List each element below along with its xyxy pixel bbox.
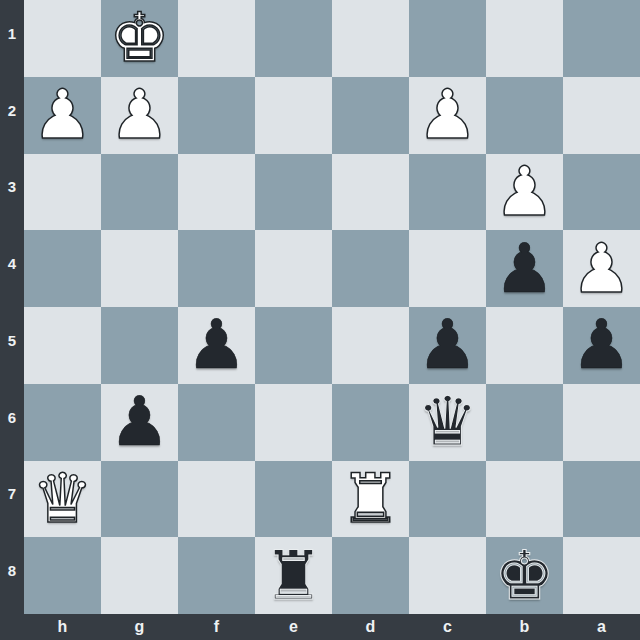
square-a3[interactable] (563, 154, 640, 231)
rank-label-4: 4 (0, 230, 24, 307)
square-g4[interactable] (101, 230, 178, 307)
file-label-e: e (255, 614, 332, 640)
rank-label-6: 6 (0, 384, 24, 461)
square-g6[interactable]: ♟ (101, 384, 178, 461)
black-pawn[interactable]: ♟ (186, 307, 247, 383)
square-h2[interactable]: ♟ (24, 77, 101, 154)
square-b7[interactable] (486, 461, 563, 538)
square-g8[interactable] (101, 537, 178, 614)
rank-label-7: 7 (0, 461, 24, 538)
rank-label-8: 8 (0, 537, 24, 614)
square-d8[interactable] (332, 537, 409, 614)
white-rook[interactable]: ♜ (340, 461, 401, 537)
square-a5[interactable]: ♟ (563, 307, 640, 384)
square-e4[interactable] (255, 230, 332, 307)
square-e7[interactable] (255, 461, 332, 538)
square-a2[interactable] (563, 77, 640, 154)
file-label-h: h (24, 614, 101, 640)
square-c8[interactable] (409, 537, 486, 614)
black-king[interactable]: ♚ (494, 538, 555, 614)
white-pawn[interactable]: ♟ (571, 231, 632, 307)
square-h6[interactable] (24, 384, 101, 461)
square-f3[interactable] (178, 154, 255, 231)
square-e2[interactable] (255, 77, 332, 154)
square-d3[interactable] (332, 154, 409, 231)
file-label-g: g (101, 614, 178, 640)
square-h3[interactable] (24, 154, 101, 231)
white-pawn[interactable]: ♟ (32, 77, 93, 153)
file-labels: hgfedcba (24, 614, 640, 640)
rank-label-2: 2 (0, 77, 24, 154)
square-c3[interactable] (409, 154, 486, 231)
black-rook[interactable]: ♜ (263, 538, 324, 614)
square-e8[interactable]: ♜ (255, 537, 332, 614)
square-f4[interactable] (178, 230, 255, 307)
white-pawn[interactable]: ♟ (494, 154, 555, 230)
square-g1[interactable]: ♚ (101, 0, 178, 77)
white-pawn[interactable]: ♟ (417, 77, 478, 153)
rank-label-5: 5 (0, 307, 24, 384)
square-h7[interactable]: ♛ (24, 461, 101, 538)
square-b3[interactable]: ♟ (486, 154, 563, 231)
square-a8[interactable] (563, 537, 640, 614)
rank-label-3: 3 (0, 154, 24, 231)
black-pawn[interactable]: ♟ (494, 231, 555, 307)
square-h5[interactable] (24, 307, 101, 384)
square-c5[interactable]: ♟ (409, 307, 486, 384)
square-c2[interactable]: ♟ (409, 77, 486, 154)
square-b5[interactable] (486, 307, 563, 384)
white-pawn[interactable]: ♟ (109, 77, 170, 153)
white-king[interactable]: ♚ (109, 0, 170, 76)
square-a1[interactable] (563, 0, 640, 77)
square-h1[interactable] (24, 0, 101, 77)
square-c6[interactable]: ♛ (409, 384, 486, 461)
square-a7[interactable] (563, 461, 640, 538)
rank-label-1: 1 (0, 0, 24, 77)
square-c7[interactable] (409, 461, 486, 538)
square-b1[interactable] (486, 0, 563, 77)
square-f7[interactable] (178, 461, 255, 538)
square-d4[interactable] (332, 230, 409, 307)
black-pawn[interactable]: ♟ (109, 384, 170, 460)
square-d6[interactable] (332, 384, 409, 461)
square-a4[interactable]: ♟ (563, 230, 640, 307)
black-pawn[interactable]: ♟ (417, 307, 478, 383)
white-queen[interactable]: ♛ (32, 461, 93, 537)
square-b2[interactable] (486, 77, 563, 154)
square-b6[interactable] (486, 384, 563, 461)
square-f1[interactable] (178, 0, 255, 77)
square-f8[interactable] (178, 537, 255, 614)
square-d2[interactable] (332, 77, 409, 154)
square-f5[interactable]: ♟ (178, 307, 255, 384)
square-g7[interactable] (101, 461, 178, 538)
square-g2[interactable]: ♟ (101, 77, 178, 154)
square-c1[interactable] (409, 0, 486, 77)
square-e5[interactable] (255, 307, 332, 384)
square-c4[interactable] (409, 230, 486, 307)
rank-labels: 12345678 (0, 0, 24, 614)
square-e3[interactable] (255, 154, 332, 231)
square-e6[interactable] (255, 384, 332, 461)
square-h4[interactable] (24, 230, 101, 307)
square-e1[interactable] (255, 0, 332, 77)
square-a6[interactable] (563, 384, 640, 461)
square-f2[interactable] (178, 77, 255, 154)
file-label-a: a (563, 614, 640, 640)
square-d7[interactable]: ♜ (332, 461, 409, 538)
square-g5[interactable] (101, 307, 178, 384)
square-d1[interactable] (332, 0, 409, 77)
square-f6[interactable] (178, 384, 255, 461)
file-label-c: c (409, 614, 486, 640)
black-queen[interactable]: ♛ (417, 384, 478, 460)
square-h8[interactable] (24, 537, 101, 614)
square-b4[interactable]: ♟ (486, 230, 563, 307)
file-label-d: d (332, 614, 409, 640)
chess-app: 12345678 ♚♟♟♟♟♟♟♟♟♟♟♛♛♜♜♚ hgfedcba (0, 0, 640, 640)
file-label-b: b (486, 614, 563, 640)
file-label-f: f (178, 614, 255, 640)
square-d5[interactable] (332, 307, 409, 384)
chessboard: ♚♟♟♟♟♟♟♟♟♟♟♛♛♜♜♚ (24, 0, 640, 614)
black-pawn[interactable]: ♟ (571, 307, 632, 383)
square-g3[interactable] (101, 154, 178, 231)
square-b8[interactable]: ♚ (486, 537, 563, 614)
